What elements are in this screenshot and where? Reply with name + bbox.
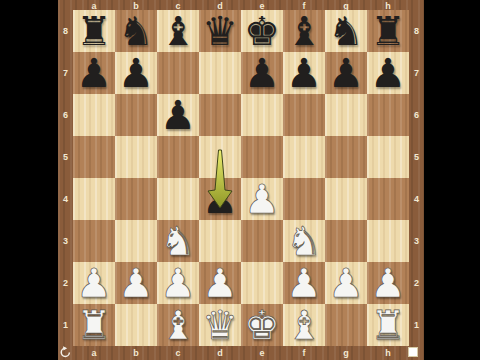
piece-black-pawn-c6[interactable]: ♟ <box>160 94 196 136</box>
square-f3[interactable]: ♞ <box>283 220 325 262</box>
rank-labels-left: 87654321 <box>58 10 73 346</box>
piece-white-knight-f3[interactable]: ♞ <box>286 220 322 262</box>
square-g8[interactable]: ♞ <box>325 10 367 52</box>
piece-black-pawn-b7[interactable]: ♟ <box>118 52 154 94</box>
piece-white-pawn-c2[interactable]: ♟ <box>160 262 196 304</box>
square-a7[interactable]: ♟ <box>73 52 115 94</box>
square-c6[interactable]: ♟ <box>157 94 199 136</box>
piece-black-bishop-c8[interactable]: ♝ <box>160 10 196 52</box>
rank-label-1: 1 <box>409 304 424 346</box>
square-d2[interactable]: ♟ <box>199 262 241 304</box>
square-a5[interactable] <box>73 136 115 178</box>
square-h4[interactable] <box>367 178 409 220</box>
square-b6[interactable] <box>115 94 157 136</box>
piece-white-rook-h1[interactable]: ♜ <box>370 304 406 346</box>
square-f5[interactable] <box>283 136 325 178</box>
rank-labels-right: 87654321 <box>409 10 424 346</box>
square-g3[interactable] <box>325 220 367 262</box>
square-h3[interactable] <box>367 220 409 262</box>
square-h8[interactable]: ♜ <box>367 10 409 52</box>
square-c2[interactable]: ♟ <box>157 262 199 304</box>
square-b7[interactable]: ♟ <box>115 52 157 94</box>
piece-white-king-e1[interactable]: ♚ <box>244 304 280 346</box>
rank-label-6: 6 <box>409 94 424 136</box>
chess-app-stage: abcdefgh abcdefgh 87654321 87654321 ♜♞♝♛… <box>0 0 480 360</box>
chess-board: ♜♞♝♛♚♝♞♜♟♟♟♟♟♟♟♟♟♞♞♟♟♟♟♟♟♟♜♝♛♚♝♜ <box>73 10 409 346</box>
square-f2[interactable]: ♟ <box>283 262 325 304</box>
piece-black-pawn-h7[interactable]: ♟ <box>370 52 406 94</box>
square-c7[interactable] <box>157 52 199 94</box>
square-c3[interactable]: ♞ <box>157 220 199 262</box>
rank-label-3: 3 <box>409 220 424 262</box>
piece-black-pawn-d4[interactable]: ♟ <box>202 178 238 220</box>
rank-label-3: 3 <box>58 220 73 262</box>
square-a1[interactable]: ♜ <box>73 304 115 346</box>
flip-board-button[interactable] <box>59 346 72 359</box>
square-h6[interactable] <box>367 94 409 136</box>
piece-white-pawn-h2[interactable]: ♟ <box>370 262 406 304</box>
rank-label-8: 8 <box>58 10 73 52</box>
square-c5[interactable] <box>157 136 199 178</box>
square-c1[interactable]: ♝ <box>157 304 199 346</box>
square-e1[interactable]: ♚ <box>241 304 283 346</box>
square-d1[interactable]: ♛ <box>199 304 241 346</box>
square-a4[interactable] <box>73 178 115 220</box>
square-e3[interactable] <box>241 220 283 262</box>
piece-white-pawn-e4[interactable]: ♟ <box>244 178 280 220</box>
piece-white-pawn-a2[interactable]: ♟ <box>76 262 112 304</box>
square-h7[interactable]: ♟ <box>367 52 409 94</box>
piece-black-pawn-a7[interactable]: ♟ <box>76 52 112 94</box>
file-label-a: a <box>73 346 115 360</box>
rank-label-4: 4 <box>409 178 424 220</box>
square-g6[interactable] <box>325 94 367 136</box>
file-label-h: h <box>367 346 409 360</box>
square-b8[interactable]: ♞ <box>115 10 157 52</box>
piece-black-bishop-f8[interactable]: ♝ <box>286 10 322 52</box>
piece-black-knight-g8[interactable]: ♞ <box>328 10 364 52</box>
square-b3[interactable] <box>115 220 157 262</box>
square-d7[interactable] <box>199 52 241 94</box>
piece-white-bishop-f1[interactable]: ♝ <box>286 304 322 346</box>
square-b1[interactable] <box>115 304 157 346</box>
square-f8[interactable]: ♝ <box>283 10 325 52</box>
file-labels-bottom: abcdefgh <box>73 346 409 360</box>
piece-black-pawn-f7[interactable]: ♟ <box>286 52 322 94</box>
square-e2[interactable] <box>241 262 283 304</box>
square-g5[interactable] <box>325 136 367 178</box>
rank-label-7: 7 <box>58 52 73 94</box>
square-g1[interactable] <box>325 304 367 346</box>
square-d8[interactable]: ♛ <box>199 10 241 52</box>
piece-black-pawn-g7[interactable]: ♟ <box>328 52 364 94</box>
square-h5[interactable] <box>367 136 409 178</box>
square-d3[interactable] <box>199 220 241 262</box>
white-to-move-indicator <box>408 347 418 357</box>
rank-label-2: 2 <box>58 262 73 304</box>
square-c8[interactable]: ♝ <box>157 10 199 52</box>
file-label-e: e <box>241 346 283 360</box>
piece-white-queen-d1[interactable]: ♛ <box>202 304 238 346</box>
file-label-g: g <box>325 346 367 360</box>
square-a3[interactable] <box>73 220 115 262</box>
file-label-f: f <box>283 346 325 360</box>
square-h1[interactable]: ♜ <box>367 304 409 346</box>
square-d5[interactable] <box>199 136 241 178</box>
square-h2[interactable]: ♟ <box>367 262 409 304</box>
piece-white-bishop-c1[interactable]: ♝ <box>160 304 196 346</box>
piece-black-pawn-e7[interactable]: ♟ <box>244 52 280 94</box>
piece-black-rook-h8[interactable]: ♜ <box>370 10 406 52</box>
square-f4[interactable] <box>283 178 325 220</box>
rank-label-7: 7 <box>409 52 424 94</box>
rank-label-1: 1 <box>58 304 73 346</box>
piece-black-queen-d8[interactable]: ♛ <box>202 10 238 52</box>
file-label-c: c <box>157 346 199 360</box>
square-f1[interactable]: ♝ <box>283 304 325 346</box>
rank-label-4: 4 <box>58 178 73 220</box>
square-e7[interactable]: ♟ <box>241 52 283 94</box>
letterbox-left <box>0 0 58 360</box>
rank-label-2: 2 <box>409 262 424 304</box>
rank-label-8: 8 <box>409 10 424 52</box>
rank-label-6: 6 <box>58 94 73 136</box>
letterbox-right <box>424 0 480 360</box>
piece-black-rook-a8[interactable]: ♜ <box>76 10 112 52</box>
square-d6[interactable] <box>199 94 241 136</box>
file-label-b: b <box>115 346 157 360</box>
square-e4[interactable]: ♟ <box>241 178 283 220</box>
square-b5[interactable] <box>115 136 157 178</box>
square-e5[interactable] <box>241 136 283 178</box>
piece-white-rook-a1[interactable]: ♜ <box>76 304 112 346</box>
square-e6[interactable] <box>241 94 283 136</box>
square-f7[interactable]: ♟ <box>283 52 325 94</box>
rank-label-5: 5 <box>409 136 424 178</box>
piece-white-knight-c3[interactable]: ♞ <box>160 220 196 262</box>
piece-black-king-e8[interactable]: ♚ <box>244 10 280 52</box>
flip-board-icon <box>59 346 72 359</box>
file-label-d: d <box>199 346 241 360</box>
piece-white-pawn-g2[interactable]: ♟ <box>328 262 364 304</box>
piece-white-pawn-d2[interactable]: ♟ <box>202 262 238 304</box>
rank-label-5: 5 <box>58 136 73 178</box>
square-a8[interactable]: ♜ <box>73 10 115 52</box>
square-b2[interactable]: ♟ <box>115 262 157 304</box>
square-d4[interactable]: ♟ <box>199 178 241 220</box>
square-g2[interactable]: ♟ <box>325 262 367 304</box>
square-f6[interactable] <box>283 94 325 136</box>
piece-white-pawn-f2[interactable]: ♟ <box>286 262 322 304</box>
square-e8[interactable]: ♚ <box>241 10 283 52</box>
square-g4[interactable] <box>325 178 367 220</box>
square-b4[interactable] <box>115 178 157 220</box>
square-a2[interactable]: ♟ <box>73 262 115 304</box>
square-g7[interactable]: ♟ <box>325 52 367 94</box>
square-c4[interactable] <box>157 178 199 220</box>
piece-white-pawn-b2[interactable]: ♟ <box>118 262 154 304</box>
piece-black-knight-b8[interactable]: ♞ <box>118 10 154 52</box>
square-a6[interactable] <box>73 94 115 136</box>
